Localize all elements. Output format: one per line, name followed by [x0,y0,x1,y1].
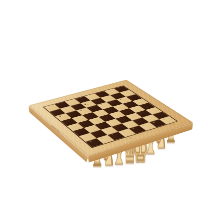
square-c4[interactable] [88,117,105,125]
chess-board: ♜♞♝♛♚♝♞♜♟♟♟♟♟♟♟♟♟♟♟♟♟♟♟♟♜♞♝♛♚♝♞♜ [28,80,193,157]
square-h4[interactable] [139,103,155,110]
square-e6[interactable] [97,102,113,109]
square-a6[interactable] [55,113,71,121]
chess-set-scene: ♜♞♝♛♚♝♞♜♟♟♟♟♟♟♟♟♟♟♟♟♟♟♟♟♜♞♝♛♚♝♞♜ [0,0,220,220]
square-h5[interactable] [132,98,148,105]
product-photo-background: ♜♞♝♛♚♝♞♜♟♟♟♟♟♟♟♟♟♟♟♟♟♟♟♟♜♞♝♛♚♝♞♜ [0,0,220,220]
